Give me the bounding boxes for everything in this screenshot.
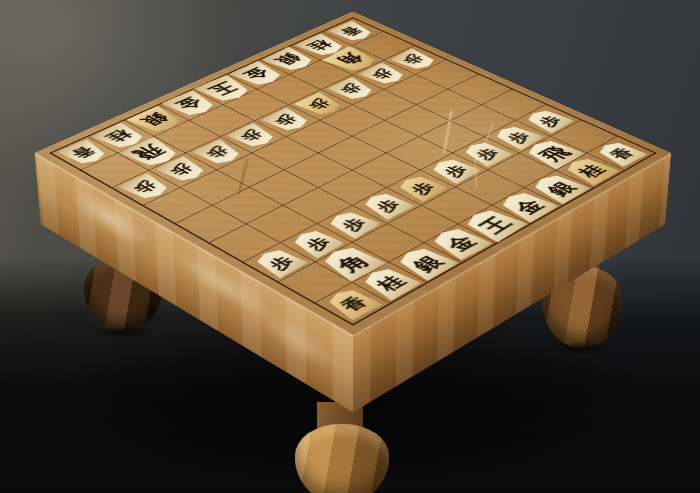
board-cell[interactable] (353, 224, 425, 262)
board-cell[interactable]: 歩 (387, 170, 456, 205)
board-cell[interactable]: 金 (425, 224, 497, 262)
piece-gote-pawn[interactable]: 歩 (155, 156, 211, 184)
board-cell[interactable] (176, 205, 247, 242)
board-cell[interactable]: 歩 (421, 153, 489, 187)
board-cell[interactable] (456, 170, 525, 205)
piece-gote-pawn[interactable]: 歩 (118, 173, 174, 202)
piece-sente-pawn[interactable]: 歩 (358, 190, 415, 220)
piece-sente-pawn[interactable]: 歩 (287, 227, 346, 259)
piece-kanji: 歩 (393, 173, 450, 202)
board-cell[interactable]: 香 (316, 282, 391, 324)
piece-sente-silver[interactable]: 銀 (527, 171, 591, 204)
board-cell[interactable]: 銀 (525, 170, 594, 205)
piece-sente-lance[interactable]: 香 (322, 286, 383, 321)
stain-mark (237, 159, 249, 195)
board-leg-front (295, 402, 390, 493)
board-cell[interactable] (279, 262, 353, 303)
board-cell[interactable] (82, 153, 150, 187)
piece-kanji: 王 (459, 206, 528, 243)
board-cell[interactable] (489, 153, 557, 187)
board-cell[interactable] (388, 205, 459, 242)
board-cell[interactable]: 王 (459, 205, 530, 242)
piece-sente-pawn[interactable]: 歩 (393, 173, 450, 202)
piece-kanji: 歩 (287, 227, 346, 259)
board-cell[interactable]: 銀 (389, 243, 462, 282)
piece-kanji: 香 (322, 286, 383, 321)
scratch-mark (473, 152, 477, 188)
piece-sente-king[interactable]: 王 (459, 206, 528, 243)
piece-kanji: 桂 (357, 264, 422, 300)
piece-sente-pawn[interactable]: 歩 (323, 209, 381, 240)
leg-bulb (295, 424, 389, 493)
piece-sente-knight[interactable]: 桂 (560, 155, 620, 186)
board-cell[interactable] (217, 153, 285, 187)
board-cell[interactable] (319, 170, 388, 205)
piece-sente-pawn[interactable]: 歩 (426, 156, 482, 184)
board-cell[interactable]: 金 (492, 187, 562, 223)
board-cell[interactable]: 角 (317, 243, 390, 282)
board-cell[interactable] (214, 187, 284, 223)
piece-sente-gold[interactable]: 金 (426, 225, 493, 261)
board-cell[interactable]: 歩 (281, 224, 353, 262)
board-cell[interactable] (247, 205, 318, 242)
piece-kanji: 歩 (155, 156, 211, 184)
piece-kanji: 銀 (527, 171, 591, 204)
piece-kanji: 歩 (426, 156, 482, 184)
piece-sente-knight[interactable]: 桂 (357, 264, 422, 300)
board-cell[interactable]: 桂 (556, 153, 624, 187)
board-cell[interactable] (353, 153, 421, 187)
piece-kanji: 金 (426, 225, 493, 261)
piece-sente-bishop[interactable]: 角 (317, 243, 388, 282)
board-cell[interactable] (283, 187, 353, 223)
board-cell[interactable] (250, 170, 319, 205)
piece-kanji: 桂 (560, 155, 620, 186)
piece-kanji: 歩 (250, 246, 310, 279)
board-cell[interactable]: 桂 (353, 262, 427, 303)
board-cell[interactable] (423, 187, 493, 223)
piece-sente-gold[interactable]: 金 (494, 189, 559, 223)
board-cell[interactable] (144, 187, 214, 223)
board-cell[interactable]: 歩 (112, 170, 181, 205)
board-cell[interactable] (181, 170, 250, 205)
board-cell[interactable] (285, 153, 353, 187)
piece-kanji: 金 (494, 189, 559, 223)
board-cell[interactable]: 歩 (353, 187, 423, 223)
piece-kanji: 銀 (391, 244, 459, 281)
piece-kanji: 角 (317, 243, 388, 282)
board-cell[interactable]: 歩 (318, 205, 389, 242)
piece-sente-silver[interactable]: 銀 (391, 244, 459, 281)
board-cell[interactable]: 歩 (244, 243, 317, 282)
board-cell[interactable]: 歩 (149, 153, 217, 187)
photo-scene: 香桂銀金玉金銀桂香飛角歩歩歩歩歩歩歩歩歩歩歩歩歩歩歩歩歩歩角飛香桂銀金王金銀桂香 (0, 0, 700, 493)
piece-kanji: 歩 (358, 190, 415, 220)
board-cell[interactable] (210, 224, 282, 262)
piece-kanji: 歩 (323, 209, 381, 240)
piece-kanji: 歩 (118, 173, 174, 202)
piece-sente-pawn[interactable]: 歩 (250, 246, 310, 279)
